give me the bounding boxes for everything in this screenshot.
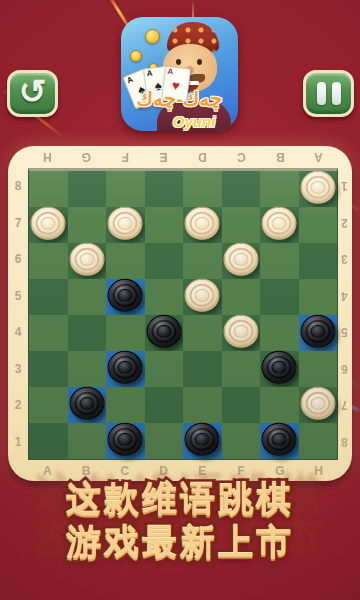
piece-black-h4[interactable] bbox=[300, 315, 335, 348]
files-top: HGFEDCBA bbox=[28, 148, 338, 165]
square-e4[interactable] bbox=[183, 315, 222, 351]
piece-white-c7[interactable] bbox=[108, 207, 143, 240]
file-label-top-c: C bbox=[222, 150, 261, 164]
square-e5[interactable] bbox=[183, 279, 222, 315]
square-g6[interactable] bbox=[260, 243, 299, 279]
square-e8[interactable] bbox=[183, 171, 222, 207]
rank-label-right-8: 8 bbox=[341, 435, 348, 449]
pause-button[interactable] bbox=[303, 70, 354, 117]
ranks-right: 12345678 bbox=[337, 168, 352, 460]
square-h2[interactable] bbox=[299, 387, 338, 423]
rank-label-right-7: 7 bbox=[341, 398, 348, 412]
rank-label-right-6: 6 bbox=[341, 362, 348, 376]
square-b8[interactable] bbox=[68, 171, 107, 207]
square-f7[interactable] bbox=[222, 207, 261, 243]
square-g4[interactable] bbox=[260, 315, 299, 351]
rank-label-right-5: 5 bbox=[341, 325, 348, 339]
rank-label-right-4: 4 bbox=[341, 289, 348, 303]
card-rank: A bbox=[146, 69, 153, 79]
app-logo: A ♠ A ♠ A ♥ چەك-چەك Oyuni bbox=[121, 17, 238, 131]
square-f6[interactable] bbox=[222, 243, 261, 279]
piece-black-g3[interactable] bbox=[262, 351, 297, 384]
undo-arrow-icon: ↺ bbox=[19, 75, 47, 108]
square-b7[interactable] bbox=[68, 207, 107, 243]
square-e6[interactable] bbox=[183, 243, 222, 279]
card-rank: A bbox=[167, 67, 174, 77]
file-label-top-f: F bbox=[106, 150, 145, 164]
square-d4[interactable] bbox=[145, 315, 184, 351]
square-g7[interactable] bbox=[260, 207, 299, 243]
square-h3[interactable] bbox=[299, 351, 338, 387]
square-g8[interactable] bbox=[260, 171, 299, 207]
board bbox=[28, 168, 338, 460]
square-a5[interactable] bbox=[29, 279, 68, 315]
coin-icon bbox=[130, 50, 142, 62]
square-a8[interactable] bbox=[29, 171, 68, 207]
rank-label-left-5: 5 bbox=[15, 289, 22, 303]
pause-icon bbox=[317, 82, 341, 105]
piece-white-f6[interactable] bbox=[223, 243, 258, 276]
square-a6[interactable] bbox=[29, 243, 68, 279]
eye bbox=[197, 59, 202, 65]
square-c8[interactable] bbox=[106, 171, 145, 207]
square-f3[interactable] bbox=[222, 351, 261, 387]
square-c1[interactable] bbox=[106, 423, 145, 459]
piece-white-b6[interactable] bbox=[69, 243, 104, 276]
square-a2[interactable] bbox=[29, 387, 68, 423]
square-e1[interactable] bbox=[183, 423, 222, 459]
square-e2[interactable] bbox=[183, 387, 222, 423]
file-label-top-e: E bbox=[144, 150, 183, 164]
piece-white-h2[interactable] bbox=[300, 387, 335, 420]
square-d2[interactable] bbox=[145, 387, 184, 423]
piece-black-c3[interactable] bbox=[108, 351, 143, 384]
square-c7[interactable] bbox=[106, 207, 145, 243]
square-h6[interactable] bbox=[299, 243, 338, 279]
square-g2[interactable] bbox=[260, 387, 299, 423]
piece-black-e1[interactable] bbox=[185, 423, 220, 456]
square-d7[interactable] bbox=[145, 207, 184, 243]
square-b1[interactable] bbox=[68, 423, 107, 459]
square-f1[interactable] bbox=[222, 423, 261, 459]
piece-white-h8[interactable] bbox=[300, 171, 335, 204]
square-f2[interactable] bbox=[222, 387, 261, 423]
banner-text: 游戏最新上市 bbox=[66, 522, 294, 561]
square-g1[interactable] bbox=[260, 423, 299, 459]
rank-label-right-3: 3 bbox=[341, 252, 348, 266]
square-g5[interactable] bbox=[260, 279, 299, 315]
square-a7[interactable] bbox=[29, 207, 68, 243]
square-h7[interactable] bbox=[299, 207, 338, 243]
square-h4[interactable] bbox=[299, 315, 338, 351]
piece-white-g7[interactable] bbox=[262, 207, 297, 240]
file-label-top-g: G bbox=[67, 150, 106, 164]
rank-label-right-2: 2 bbox=[341, 216, 348, 230]
square-b3[interactable] bbox=[68, 351, 107, 387]
eye bbox=[176, 59, 181, 65]
game-screen: ↺ A ♠ A ♠ A ♥ چە bbox=[0, 0, 360, 600]
piece-white-e5[interactable] bbox=[185, 279, 220, 312]
undo-button[interactable]: ↺ bbox=[7, 70, 58, 117]
file-label-top-d: D bbox=[183, 150, 222, 164]
file-label-top-h: H bbox=[28, 150, 67, 164]
square-f5[interactable] bbox=[222, 279, 261, 315]
rank-label-right-1: 1 bbox=[341, 179, 348, 193]
piece-black-d4[interactable] bbox=[146, 315, 181, 348]
square-a3[interactable] bbox=[29, 351, 68, 387]
coin-icon bbox=[145, 29, 160, 44]
square-d5[interactable] bbox=[145, 279, 184, 315]
square-b4[interactable] bbox=[68, 315, 107, 351]
rank-label-left-6: 6 bbox=[15, 252, 22, 266]
square-h1[interactable] bbox=[299, 423, 338, 459]
piece-white-f4[interactable] bbox=[223, 315, 258, 348]
square-a1[interactable] bbox=[29, 423, 68, 459]
rank-label-left-7: 7 bbox=[15, 216, 22, 230]
square-e3[interactable] bbox=[183, 351, 222, 387]
square-d3[interactable] bbox=[145, 351, 184, 387]
square-g3[interactable] bbox=[260, 351, 299, 387]
ranks-left: 87654321 bbox=[8, 168, 28, 460]
piece-black-g1[interactable] bbox=[262, 423, 297, 456]
piece-black-c1[interactable] bbox=[108, 423, 143, 456]
piece-black-c5[interactable] bbox=[108, 279, 143, 312]
logo-subtitle: Oyuni bbox=[150, 113, 238, 130]
file-label-top-b: B bbox=[261, 150, 300, 164]
square-c6[interactable] bbox=[106, 243, 145, 279]
square-b6[interactable] bbox=[68, 243, 107, 279]
square-b5[interactable] bbox=[68, 279, 107, 315]
promo-banner-line2: 游戏最新上市 游戏最新上市 游戏最新上市 bbox=[0, 524, 360, 559]
rank-label-left-8: 8 bbox=[15, 179, 22, 193]
square-c3[interactable] bbox=[106, 351, 145, 387]
piece-white-e7[interactable] bbox=[185, 207, 220, 240]
file-label-top-a: A bbox=[299, 150, 338, 164]
square-e7[interactable] bbox=[183, 207, 222, 243]
logo-title-uyghur: چەك-چەك bbox=[121, 87, 238, 111]
rank-label-left-3: 3 bbox=[15, 362, 22, 376]
square-c4[interactable] bbox=[106, 315, 145, 351]
square-h5[interactable] bbox=[299, 279, 338, 315]
square-c5[interactable] bbox=[106, 279, 145, 315]
square-f8[interactable] bbox=[222, 171, 261, 207]
piece-white-a7[interactable] bbox=[31, 207, 66, 240]
rank-label-left-4: 4 bbox=[15, 325, 22, 339]
square-d1[interactable] bbox=[145, 423, 184, 459]
square-c2[interactable] bbox=[106, 387, 145, 423]
square-h8[interactable] bbox=[299, 171, 338, 207]
square-b2[interactable] bbox=[68, 387, 107, 423]
square-f4[interactable] bbox=[222, 315, 261, 351]
square-d6[interactable] bbox=[145, 243, 184, 279]
rank-label-left-1: 1 bbox=[15, 435, 22, 449]
square-d8[interactable] bbox=[145, 171, 184, 207]
board-panel: HGFEDCBA 87654321 12345678 ABCDEFGH bbox=[8, 146, 352, 481]
rank-label-left-2: 2 bbox=[15, 398, 22, 412]
square-a4[interactable] bbox=[29, 315, 68, 351]
piece-black-b2[interactable] bbox=[69, 387, 104, 420]
